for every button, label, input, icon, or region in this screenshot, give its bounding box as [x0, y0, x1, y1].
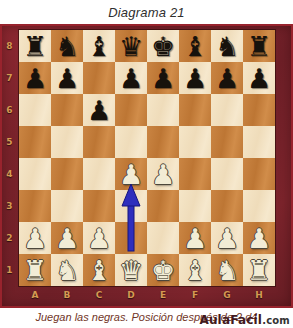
rank-label-5: 5 — [0, 126, 19, 158]
piece-black-bishop-f8: ♝ — [183, 31, 207, 62]
square-a5 — [19, 126, 51, 158]
square-h1: ♜ — [243, 254, 275, 286]
square-h5 — [243, 126, 275, 158]
square-e5 — [147, 126, 179, 158]
square-c3 — [83, 190, 115, 222]
watermark: AulaFacil.com — [199, 313, 290, 327]
square-g8: ♞ — [211, 30, 243, 62]
piece-black-queen-d8: ♛ — [119, 31, 143, 62]
square-g6 — [211, 94, 243, 126]
square-c8: ♝ — [83, 30, 115, 62]
file-label-g: G — [211, 286, 243, 303]
piece-black-pawn-e7: ♟ — [151, 63, 175, 94]
chess-diagram: Diagrama 21 87654321 ♜♞♝♛♚♝♞♜♟♟♟♟♟♟♟♟♟♟♟… — [0, 0, 293, 328]
rank-labels: 87654321 — [0, 30, 19, 286]
diagram-title: Diagrama 21 — [0, 0, 293, 24]
piece-black-rook-h8: ♜ — [247, 31, 271, 62]
square-a2: ♟ — [19, 222, 51, 254]
square-f4 — [179, 158, 211, 190]
square-f1: ♝ — [179, 254, 211, 286]
file-label-e: E — [147, 286, 179, 303]
piece-black-pawn-d7: ♟ — [119, 63, 143, 94]
square-g5 — [211, 126, 243, 158]
piece-white-rook-a1: ♜ — [23, 255, 47, 286]
square-f3 — [179, 190, 211, 222]
watermark-brand: AulaFacil — [199, 313, 262, 327]
rank-label-1: 1 — [0, 254, 19, 286]
square-b1: ♞ — [51, 254, 83, 286]
square-h4 — [243, 158, 275, 190]
board-squares: ♜♞♝♛♚♝♞♜♟♟♟♟♟♟♟♟♟♟♟♟♟♟♟♟♜♞♝♛♚♝♞♜ — [19, 30, 275, 286]
square-c7 — [83, 62, 115, 94]
square-h2: ♟ — [243, 222, 275, 254]
piece-white-king-e1: ♚ — [151, 255, 175, 286]
piece-white-pawn-g2: ♟ — [215, 223, 239, 254]
square-e8: ♚ — [147, 30, 179, 62]
square-b7: ♟ — [51, 62, 83, 94]
square-g2: ♟ — [211, 222, 243, 254]
piece-black-knight-g8: ♞ — [215, 31, 239, 62]
square-c2: ♟ — [83, 222, 115, 254]
file-label-a: A — [19, 286, 51, 303]
square-b3 — [51, 190, 83, 222]
square-h7: ♟ — [243, 62, 275, 94]
square-e4: ♟ — [147, 158, 179, 190]
square-d4: ♟ — [115, 158, 147, 190]
piece-white-bishop-f1: ♝ — [183, 255, 207, 286]
square-h8: ♜ — [243, 30, 275, 62]
board: ♜♞♝♛♚♝♞♜♟♟♟♟♟♟♟♟♟♟♟♟♟♟♟♟♜♞♝♛♚♝♞♜ — [19, 30, 275, 286]
square-d5 — [115, 126, 147, 158]
piece-black-bishop-c8: ♝ — [87, 31, 111, 62]
square-d3 — [115, 190, 147, 222]
square-e6 — [147, 94, 179, 126]
piece-black-pawn-c6: ♟ — [87, 95, 111, 126]
square-b6 — [51, 94, 83, 126]
piece-black-pawn-g7: ♟ — [215, 63, 239, 94]
piece-black-pawn-f7: ♟ — [183, 63, 207, 94]
square-h6 — [243, 94, 275, 126]
piece-white-pawn-a2: ♟ — [23, 223, 47, 254]
piece-white-knight-g1: ♞ — [215, 255, 239, 286]
square-a8: ♜ — [19, 30, 51, 62]
piece-white-pawn-c2: ♟ — [87, 223, 111, 254]
file-label-d: D — [115, 286, 147, 303]
file-label-c: C — [83, 286, 115, 303]
rank-label-2: 2 — [0, 222, 19, 254]
piece-black-pawn-a7: ♟ — [23, 63, 47, 94]
piece-white-pawn-b2: ♟ — [55, 223, 79, 254]
square-f6 — [179, 94, 211, 126]
piece-black-pawn-b7: ♟ — [55, 63, 79, 94]
piece-white-queen-d1: ♛ — [119, 255, 143, 286]
square-e2 — [147, 222, 179, 254]
piece-black-pawn-h7: ♟ — [247, 63, 271, 94]
square-f7: ♟ — [179, 62, 211, 94]
square-h3 — [243, 190, 275, 222]
square-a4 — [19, 158, 51, 190]
piece-white-rook-h1: ♜ — [247, 255, 271, 286]
square-c1: ♝ — [83, 254, 115, 286]
piece-white-pawn-e4: ♟ — [151, 159, 175, 190]
square-b8: ♞ — [51, 30, 83, 62]
square-d6 — [115, 94, 147, 126]
square-d7: ♟ — [115, 62, 147, 94]
piece-white-pawn-d4: ♟ — [119, 159, 143, 190]
rank-label-4: 4 — [0, 158, 19, 190]
square-f2: ♟ — [179, 222, 211, 254]
piece-white-knight-b1: ♞ — [55, 255, 79, 286]
square-c5 — [83, 126, 115, 158]
square-c4 — [83, 158, 115, 190]
file-labels: ABCDEFGH — [19, 286, 275, 303]
square-a3 — [19, 190, 51, 222]
rank-label-3: 3 — [0, 190, 19, 222]
piece-black-rook-a8: ♜ — [23, 31, 47, 62]
square-b5 — [51, 126, 83, 158]
board-frame: 87654321 ♜♞♝♛♚♝♞♜♟♟♟♟♟♟♟♟♟♟♟♟♟♟♟♟♜♞♝♛♚♝♞… — [0, 24, 293, 308]
square-b2: ♟ — [51, 222, 83, 254]
square-d1: ♛ — [115, 254, 147, 286]
square-g1: ♞ — [211, 254, 243, 286]
square-a1: ♜ — [19, 254, 51, 286]
rank-label-6: 6 — [0, 94, 19, 126]
square-g7: ♟ — [211, 62, 243, 94]
file-label-h: H — [243, 286, 275, 303]
square-e3 — [147, 190, 179, 222]
square-e1: ♚ — [147, 254, 179, 286]
square-d2 — [115, 222, 147, 254]
file-label-b: B — [51, 286, 83, 303]
square-d8: ♛ — [115, 30, 147, 62]
file-label-f: F — [179, 286, 211, 303]
square-f8: ♝ — [179, 30, 211, 62]
square-a7: ♟ — [19, 62, 51, 94]
rank-label-7: 7 — [0, 62, 19, 94]
square-e7: ♟ — [147, 62, 179, 94]
square-f5 — [179, 126, 211, 158]
square-c6: ♟ — [83, 94, 115, 126]
square-a6 — [19, 94, 51, 126]
piece-white-bishop-c1: ♝ — [87, 255, 111, 286]
piece-white-pawn-f2: ♟ — [183, 223, 207, 254]
watermark-tld: .com — [262, 315, 290, 326]
square-g3 — [211, 190, 243, 222]
piece-black-knight-b8: ♞ — [55, 31, 79, 62]
piece-white-pawn-h2: ♟ — [247, 223, 271, 254]
rank-label-8: 8 — [0, 30, 19, 62]
piece-black-king-e8: ♚ — [151, 31, 175, 62]
square-b4 — [51, 158, 83, 190]
square-g4 — [211, 158, 243, 190]
